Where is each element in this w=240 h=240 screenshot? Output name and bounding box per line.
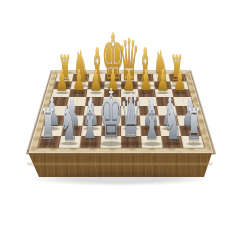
piece-black-rook[interactable]: ♜ — [181, 115, 208, 145]
case-ground-shadow — [30, 170, 210, 186]
product-photo: ♜♞♝♚♛♝♞♜♟♟♟♟♟♟♟♟♟♟♟♟♟♟♟♟♜♞♝♚♛♝♞♜ — [0, 0, 240, 240]
knight-icon: ♞ — [164, 97, 182, 146]
rook-icon: ♜ — [186, 102, 202, 146]
pieces-layer: ♜♞♝♚♛♝♞♜♟♟♟♟♟♟♟♟♟♟♟♟♟♟♟♟♜♞♝♚♛♝♞♜ — [0, 0, 240, 240]
